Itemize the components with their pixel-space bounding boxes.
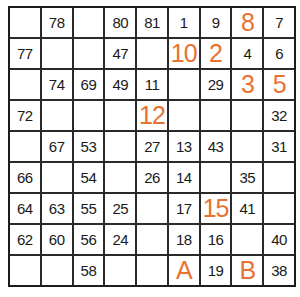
grid-cell-r9c3: 58 <box>74 256 104 285</box>
grid-cell-r8c7: 16 <box>201 225 231 254</box>
grid-cell-r4c1: 72 <box>10 101 40 130</box>
grid-cell-r8c5[interactable] <box>137 225 167 254</box>
grid-cell-r5c7: 43 <box>201 132 231 161</box>
grid-cell-r7c8: 41 <box>232 194 262 223</box>
grid-cell-r8c4: 24 <box>105 225 135 254</box>
grid-cell-r8c1: 62 <box>10 225 40 254</box>
hidato-board: 7880811987774710246746949112935721232675… <box>8 6 296 287</box>
grid-cell-r4c3[interactable] <box>74 101 104 130</box>
grid-cell-r7c1: 64 <box>10 194 40 223</box>
grid-cell-r1c9: 7 <box>264 8 294 37</box>
grid-cell-r3c8[interactable]: 3 <box>232 70 262 99</box>
grid-cell-r8c2: 60 <box>42 225 72 254</box>
grid-cell-r3c2: 74 <box>42 70 72 99</box>
grid-cell-r2c6[interactable]: 10 <box>169 39 199 68</box>
grid-cell-r1c5: 81 <box>137 8 167 37</box>
grid-cell-r2c8: 4 <box>232 39 262 68</box>
grid-cell-r6c6: 14 <box>169 163 199 192</box>
grid-cell-r9c7: 19 <box>201 256 231 285</box>
grid-cell-r1c4: 80 <box>105 8 135 37</box>
grid-cell-r3c6[interactable] <box>169 70 199 99</box>
grid-cell-r9c2[interactable] <box>42 256 72 285</box>
grid-cell-r2c2[interactable] <box>42 39 72 68</box>
grid-cell-r6c1: 66 <box>10 163 40 192</box>
grid-cell-r1c8[interactable]: 8 <box>232 8 262 37</box>
grid-cell-r2c5[interactable] <box>137 39 167 68</box>
grid-cell-r5c4[interactable] <box>105 132 135 161</box>
grid-cell-r6c4[interactable] <box>105 163 135 192</box>
grid-cell-r7c3: 55 <box>74 194 104 223</box>
grid-cell-r8c8[interactable] <box>232 225 262 254</box>
grid-cell-r3c3: 69 <box>74 70 104 99</box>
grid-cell-r5c1[interactable] <box>10 132 40 161</box>
grid-cell-r3c1[interactable] <box>10 70 40 99</box>
grid-cell-r7c7[interactable]: 15 <box>201 194 231 223</box>
grid-cell-r9c8[interactable]: B <box>232 256 262 285</box>
grid-cell-r1c1[interactable] <box>10 8 40 37</box>
grid-cell-r8c9: 40 <box>264 225 294 254</box>
puzzle-area: 7880811987774710246746949112935721232675… <box>8 6 296 287</box>
grid-cell-r3c7: 29 <box>201 70 231 99</box>
grid-cell-r9c5[interactable] <box>137 256 167 285</box>
grid-cell-r2c9: 6 <box>264 39 294 68</box>
grid-cell-r6c5: 26 <box>137 163 167 192</box>
grid-cell-r8c3: 56 <box>74 225 104 254</box>
grid-cell-r1c6: 1 <box>169 8 199 37</box>
grid-cell-r7c6: 17 <box>169 194 199 223</box>
grid-cell-r2c3[interactable] <box>74 39 104 68</box>
grid-cell-r4c5[interactable]: 12 <box>137 101 167 130</box>
grid-cell-r3c4: 49 <box>105 70 135 99</box>
grid-cell-r4c7[interactable] <box>201 101 231 130</box>
grid-cell-r6c8: 35 <box>232 163 262 192</box>
grid-cell-r4c9: 32 <box>264 101 294 130</box>
grid-cell-r5c3: 53 <box>74 132 104 161</box>
grid-cell-r1c3[interactable] <box>74 8 104 37</box>
grid-cell-r4c6[interactable] <box>169 101 199 130</box>
grid-cell-r5c6: 13 <box>169 132 199 161</box>
grid-cell-r4c8[interactable] <box>232 101 262 130</box>
grid-cell-r7c9[interactable] <box>264 194 294 223</box>
grid-cell-r9c1[interactable] <box>10 256 40 285</box>
grid-cell-r2c4: 47 <box>105 39 135 68</box>
grid-cell-r5c2: 67 <box>42 132 72 161</box>
grid-cell-r6c7[interactable] <box>201 163 231 192</box>
grid-cell-r2c7[interactable]: 2 <box>201 39 231 68</box>
grid-cell-r5c5: 27 <box>137 132 167 161</box>
grid-cell-r5c9: 31 <box>264 132 294 161</box>
grid-cell-r3c5: 11 <box>137 70 167 99</box>
grid-cell-r3c9[interactable]: 5 <box>264 70 294 99</box>
grid-cell-r8c6: 18 <box>169 225 199 254</box>
grid-cell-r9c9: 38 <box>264 256 294 285</box>
grid-cell-r9c4[interactable] <box>105 256 135 285</box>
grid-cell-r6c9[interactable] <box>264 163 294 192</box>
grid-cell-r6c3: 54 <box>74 163 104 192</box>
grid-cell-r1c2: 78 <box>42 8 72 37</box>
grid-cell-r5c8[interactable] <box>232 132 262 161</box>
grid-cell-r4c2[interactable] <box>42 101 72 130</box>
grid-cell-r9c6[interactable]: A <box>169 256 199 285</box>
grid-cell-r7c2: 63 <box>42 194 72 223</box>
grid-cell-r7c4: 25 <box>105 194 135 223</box>
grid-cell-r6c2[interactable] <box>42 163 72 192</box>
grid-cell-r1c7: 9 <box>201 8 231 37</box>
grid-cell-r7c5[interactable] <box>137 194 167 223</box>
grid-cell-r4c4[interactable] <box>105 101 135 130</box>
grid-cell-r2c1: 77 <box>10 39 40 68</box>
